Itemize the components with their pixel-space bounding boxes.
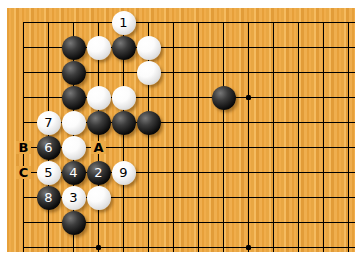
point-label-B: B: [16, 141, 31, 154]
go-board-grid: 17B6AC542983: [11, 10, 355, 252]
board-point-2-0: [61, 10, 86, 35]
stone-white-move-7: 7: [37, 111, 61, 135]
board-point-7-3: [186, 85, 211, 110]
board-point-0-8: [11, 210, 36, 235]
board-point-13-7: [336, 185, 355, 210]
board-point-7-4: [186, 110, 211, 135]
board-point-9-7: [236, 185, 261, 210]
board-point-4-7: [111, 185, 136, 210]
board-point-5-1: [136, 35, 161, 60]
board-point-12-9: [311, 235, 336, 252]
board-point-8-2: [211, 60, 236, 85]
board-point-2-9: [61, 235, 86, 252]
stone-white: [112, 86, 136, 110]
point-label-C: C: [16, 166, 31, 179]
board-point-10-2: [261, 60, 286, 85]
board-point-6-1: [161, 35, 186, 60]
stone-black-move-2: 2: [87, 161, 111, 185]
stone-black: [62, 36, 86, 60]
board-point-6-5: [161, 135, 186, 160]
board-point-1-1: [36, 35, 61, 60]
board-point-6-6: [161, 160, 186, 185]
board-point-9-5: [236, 135, 261, 160]
board-point-0-6: C: [11, 160, 36, 185]
board-point-4-4: [111, 110, 136, 135]
board-point-0-7: [11, 185, 36, 210]
board-point-3-9: [86, 235, 111, 252]
point-label-A: A: [91, 141, 106, 154]
stone-black: [62, 211, 86, 235]
board-point-4-8: [111, 210, 136, 235]
stone-white: [87, 186, 111, 210]
board-point-13-2: [336, 60, 355, 85]
board-point-9-4: [236, 110, 261, 135]
board-point-9-1: [236, 35, 261, 60]
board-point-8-8: [211, 210, 236, 235]
board-point-8-1: [211, 35, 236, 60]
board-point-10-6: [261, 160, 286, 185]
board-point-6-4: [161, 110, 186, 135]
board-point-12-6: [311, 160, 336, 185]
board-point-3-1: [86, 35, 111, 60]
board-point-8-6: [211, 160, 236, 185]
board-point-7-2: [186, 60, 211, 85]
board-point-2-1: [61, 35, 86, 60]
diagram-frame: 17B6AC542983: [0, 0, 357, 257]
board-point-8-3: [211, 85, 236, 110]
board-point-4-3: [111, 85, 136, 110]
board-point-10-4: [261, 110, 286, 135]
board-point-12-0: [311, 10, 336, 35]
board-point-6-8: [161, 210, 186, 235]
stone-black-move-8: 8: [37, 186, 61, 210]
board-point-3-3: [86, 85, 111, 110]
board-point-0-0: [11, 10, 36, 35]
stone-black: [212, 86, 236, 110]
board-point-5-4: [136, 110, 161, 135]
stone-black: [112, 36, 136, 60]
board-point-8-0: [211, 10, 236, 35]
stone-white-move-3: 3: [62, 186, 86, 210]
board-point-0-2: [11, 60, 36, 85]
board-point-10-3: [261, 85, 286, 110]
board-point-1-6: 5: [36, 160, 61, 185]
board-point-1-9: [36, 235, 61, 252]
board-point-5-8: [136, 210, 161, 235]
stone-black-move-4: 4: [62, 161, 86, 185]
board-point-9-3: [236, 85, 261, 110]
stone-black: [87, 111, 111, 135]
board-point-9-2: [236, 60, 261, 85]
board-point-3-4: [86, 110, 111, 135]
board-point-13-4: [336, 110, 355, 135]
board-point-1-0: [36, 10, 61, 35]
board-point-1-2: [36, 60, 61, 85]
board-point-3-0: [86, 10, 111, 35]
board-point-1-7: 8: [36, 185, 61, 210]
board-point-7-8: [186, 210, 211, 235]
board-point-1-5: 6: [36, 135, 61, 160]
board-point-5-0: [136, 10, 161, 35]
board-point-13-1: [336, 35, 355, 60]
board-point-5-3: [136, 85, 161, 110]
board-point-4-2: [111, 60, 136, 85]
board-point-9-8: [236, 210, 261, 235]
stone-white-move-1: 1: [112, 11, 136, 35]
board-point-11-3: [286, 85, 311, 110]
board-point-12-3: [311, 85, 336, 110]
star-point: [96, 245, 101, 250]
board-point-2-6: 4: [61, 160, 86, 185]
board-point-9-0: [236, 10, 261, 35]
board-point-2-3: [61, 85, 86, 110]
board-point-2-2: [61, 60, 86, 85]
board-point-7-9: [186, 235, 211, 252]
stone-black: [137, 111, 161, 135]
board-point-6-9: [161, 235, 186, 252]
stone-white: [137, 61, 161, 85]
board-point-7-6: [186, 160, 211, 185]
star-point: [246, 95, 251, 100]
stone-black: [112, 111, 136, 135]
board-point-5-2: [136, 60, 161, 85]
board-point-1-4: 7: [36, 110, 61, 135]
stone-white: [62, 136, 86, 160]
board-point-8-5: [211, 135, 236, 160]
stone-white-move-5: 5: [37, 161, 61, 185]
board-point-13-8: [336, 210, 355, 235]
board-point-11-0: [286, 10, 311, 35]
board-point-1-8: [36, 210, 61, 235]
board-point-7-7: [186, 185, 211, 210]
board-point-9-6: [236, 160, 261, 185]
board-point-10-7: [261, 185, 286, 210]
board-point-13-3: [336, 85, 355, 110]
board-point-11-5: [286, 135, 311, 160]
board-point-2-8: [61, 210, 86, 235]
board-point-7-0: [186, 10, 211, 35]
board-point-2-5: [61, 135, 86, 160]
board-point-3-8: [86, 210, 111, 235]
board-point-0-9: [11, 235, 36, 252]
board-point-10-1: [261, 35, 286, 60]
board-point-7-5: [186, 135, 211, 160]
board-point-8-7: [211, 185, 236, 210]
board-point-0-1: [11, 35, 36, 60]
board-point-12-4: [311, 110, 336, 135]
board-point-13-5: [336, 135, 355, 160]
board-point-2-7: 3: [61, 185, 86, 210]
board-point-6-3: [161, 85, 186, 110]
board-point-0-5: B: [11, 135, 36, 160]
stone-black: [62, 61, 86, 85]
board-point-4-0: 1: [111, 10, 136, 35]
board-point-4-5: [111, 135, 136, 160]
board-point-3-7: [86, 185, 111, 210]
board-point-3-6: 2: [86, 160, 111, 185]
stone-white: [87, 86, 111, 110]
board-point-4-6: 9: [111, 160, 136, 185]
stone-black-move-6: 6: [37, 136, 61, 160]
board-point-11-8: [286, 210, 311, 235]
board-point-11-7: [286, 185, 311, 210]
board-point-12-1: [311, 35, 336, 60]
board-point-5-6: [136, 160, 161, 185]
board-point-10-9: [261, 235, 286, 252]
stone-white-move-9: 9: [112, 161, 136, 185]
board-point-8-9: [211, 235, 236, 252]
board-point-0-3: [11, 85, 36, 110]
board-point-12-7: [311, 185, 336, 210]
stone-white: [87, 36, 111, 60]
board-point-0-4: [11, 110, 36, 135]
board-point-6-7: [161, 185, 186, 210]
board-point-12-2: [311, 60, 336, 85]
board-point-7-1: [186, 35, 211, 60]
board-point-10-5: [261, 135, 286, 160]
board-point-1-3: [36, 85, 61, 110]
board-point-2-4: [61, 110, 86, 135]
stone-white: [137, 36, 161, 60]
board-point-11-9: [286, 235, 311, 252]
board-point-11-4: [286, 110, 311, 135]
board-point-11-1: [286, 35, 311, 60]
board-point-10-0: [261, 10, 286, 35]
board-point-6-2: [161, 60, 186, 85]
board-point-3-2: [86, 60, 111, 85]
go-board: 17B6AC542983: [7, 8, 355, 252]
board-point-8-4: [211, 110, 236, 135]
board-point-10-8: [261, 210, 286, 235]
board-point-6-0: [161, 10, 186, 35]
board-point-4-9: [111, 235, 136, 252]
stone-black: [62, 86, 86, 110]
stone-white: [62, 111, 86, 135]
board-point-13-6: [336, 160, 355, 185]
board-point-5-7: [136, 185, 161, 210]
board-point-13-9: [336, 235, 355, 252]
board-point-13-0: [336, 10, 355, 35]
board-point-5-5: [136, 135, 161, 160]
board-point-9-9: [236, 235, 261, 252]
board-point-11-6: [286, 160, 311, 185]
star-point: [246, 245, 251, 250]
board-point-12-8: [311, 210, 336, 235]
board-point-12-5: [311, 135, 336, 160]
board-point-3-5: A: [86, 135, 111, 160]
board-point-11-2: [286, 60, 311, 85]
board-point-4-1: [111, 35, 136, 60]
board-point-5-9: [136, 235, 161, 252]
